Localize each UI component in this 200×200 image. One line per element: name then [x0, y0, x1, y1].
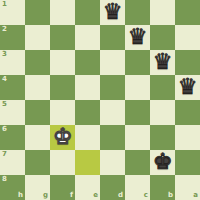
- rank-label-8: 8: [2, 176, 7, 183]
- square-d8[interactable]: d: [100, 175, 125, 200]
- file-label-b: b: [168, 192, 173, 199]
- square-d4[interactable]: [100, 75, 125, 100]
- square-e8[interactable]: e: [75, 175, 100, 200]
- square-a4[interactable]: ♛: [175, 75, 200, 100]
- square-a1[interactable]: [175, 0, 200, 25]
- square-h8[interactable]: 8h: [0, 175, 25, 200]
- square-h7[interactable]: 7: [0, 150, 25, 175]
- file-label-c: c: [144, 192, 148, 199]
- square-d7[interactable]: [100, 150, 125, 175]
- square-c7[interactable]: [125, 150, 150, 175]
- square-a2[interactable]: [175, 25, 200, 50]
- file-label-f: f: [70, 192, 73, 199]
- square-d6[interactable]: [100, 125, 125, 150]
- square-e4[interactable]: [75, 75, 100, 100]
- square-c1[interactable]: [125, 0, 150, 25]
- square-c5[interactable]: [125, 100, 150, 125]
- file-label-h: h: [18, 192, 23, 199]
- square-a6[interactable]: [175, 125, 200, 150]
- square-d1[interactable]: ♛: [100, 0, 125, 25]
- black-queen-piece[interactable]: ♛: [128, 26, 148, 48]
- square-g7[interactable]: [25, 150, 50, 175]
- square-g2[interactable]: [25, 25, 50, 50]
- rank-label-6: 6: [2, 126, 7, 133]
- square-b6[interactable]: [150, 125, 175, 150]
- rank-label-4: 4: [2, 76, 7, 83]
- rank-label-5: 5: [2, 101, 7, 108]
- file-label-e: e: [93, 192, 98, 199]
- square-h2[interactable]: 2: [0, 25, 25, 50]
- square-b3[interactable]: ♛: [150, 50, 175, 75]
- square-b8[interactable]: b: [150, 175, 175, 200]
- square-e5[interactable]: [75, 100, 100, 125]
- rank-label-7: 7: [2, 151, 7, 158]
- square-e1[interactable]: [75, 0, 100, 25]
- square-g3[interactable]: [25, 50, 50, 75]
- rank-label-2: 2: [2, 26, 7, 33]
- square-b1[interactable]: [150, 0, 175, 25]
- square-h6[interactable]: 6: [0, 125, 25, 150]
- square-b2[interactable]: [150, 25, 175, 50]
- square-g5[interactable]: [25, 100, 50, 125]
- square-h1[interactable]: 1: [0, 0, 25, 25]
- square-e7[interactable]: [75, 150, 100, 175]
- square-a3[interactable]: [175, 50, 200, 75]
- black-queen-piece[interactable]: ♛: [153, 51, 173, 73]
- rank-label-1: 1: [2, 1, 7, 8]
- square-f5[interactable]: [50, 100, 75, 125]
- square-a8[interactable]: a: [175, 175, 200, 200]
- square-h3[interactable]: 3: [0, 50, 25, 75]
- square-c8[interactable]: c: [125, 175, 150, 200]
- square-a5[interactable]: [175, 100, 200, 125]
- square-f4[interactable]: [50, 75, 75, 100]
- square-e6[interactable]: [75, 125, 100, 150]
- square-g6[interactable]: [25, 125, 50, 150]
- square-c4[interactable]: [125, 75, 150, 100]
- square-d5[interactable]: [100, 100, 125, 125]
- white-king-piece[interactable]: ♚: [53, 126, 73, 148]
- square-h4[interactable]: 4: [0, 75, 25, 100]
- square-c6[interactable]: [125, 125, 150, 150]
- black-queen-piece[interactable]: ♛: [178, 76, 198, 98]
- black-king-piece[interactable]: ♚: [153, 151, 173, 173]
- black-queen-piece[interactable]: ♛: [103, 1, 123, 23]
- square-d3[interactable]: [100, 50, 125, 75]
- square-e2[interactable]: [75, 25, 100, 50]
- square-h5[interactable]: 5: [0, 100, 25, 125]
- square-e3[interactable]: [75, 50, 100, 75]
- square-f8[interactable]: f: [50, 175, 75, 200]
- square-f7[interactable]: [50, 150, 75, 175]
- rank-label-3: 3: [2, 51, 7, 58]
- square-g8[interactable]: g: [25, 175, 50, 200]
- square-f1[interactable]: [50, 0, 75, 25]
- square-d2[interactable]: [100, 25, 125, 50]
- file-label-a: a: [193, 192, 198, 199]
- square-f3[interactable]: [50, 50, 75, 75]
- file-label-d: d: [118, 192, 123, 199]
- square-c3[interactable]: [125, 50, 150, 75]
- square-b7[interactable]: ♚: [150, 150, 175, 175]
- square-a7[interactable]: [175, 150, 200, 175]
- square-b4[interactable]: [150, 75, 175, 100]
- square-f6[interactable]: ♚: [50, 125, 75, 150]
- square-f2[interactable]: [50, 25, 75, 50]
- chess-board: 1♛2♛3♛4♛56♚7♚8hgfedcba: [0, 0, 200, 200]
- square-b5[interactable]: [150, 100, 175, 125]
- square-c2[interactable]: ♛: [125, 25, 150, 50]
- square-g1[interactable]: [25, 0, 50, 25]
- square-g4[interactable]: [25, 75, 50, 100]
- file-label-g: g: [43, 192, 48, 199]
